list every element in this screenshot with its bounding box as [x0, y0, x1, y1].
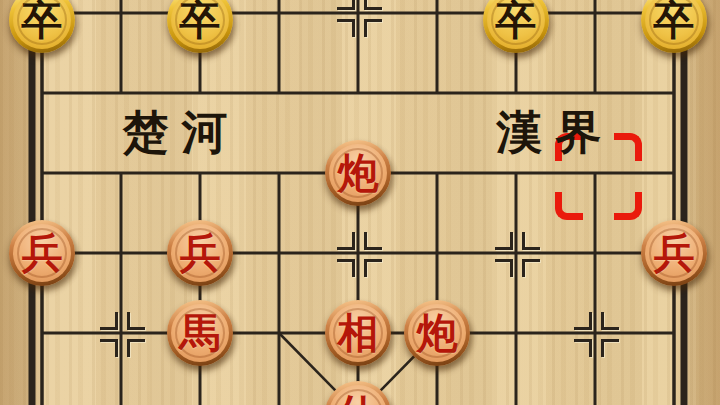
- piece-glyph: 相: [329, 304, 387, 362]
- piece-glyph: 炮: [408, 304, 466, 362]
- piece-glyph: 仕: [329, 385, 387, 405]
- pieces-layer: 卒卒卒卒炮兵兵兵馬相炮仕: [0, 0, 720, 405]
- piece-glyph: 兵: [645, 224, 703, 282]
- piece-red-cannon[interactable]: 炮: [325, 140, 391, 206]
- piece-black-soldier[interactable]: 卒: [9, 0, 75, 53]
- piece-glyph: 卒: [171, 0, 229, 49]
- piece-red-cannon[interactable]: 炮: [404, 300, 470, 366]
- piece-glyph: 卒: [487, 0, 545, 49]
- xiangqi-board: 楚河 漢界 卒卒卒卒炮兵兵兵馬相炮仕: [0, 0, 720, 405]
- piece-glyph: 炮: [329, 144, 387, 202]
- piece-red-advisor[interactable]: 仕: [325, 381, 391, 405]
- piece-red-soldier[interactable]: 兵: [641, 220, 707, 286]
- piece-glyph: 兵: [171, 224, 229, 282]
- piece-red-soldier[interactable]: 兵: [167, 220, 233, 286]
- piece-red-soldier[interactable]: 兵: [9, 220, 75, 286]
- piece-glyph: 馬: [171, 304, 229, 362]
- piece-glyph: 卒: [13, 0, 71, 49]
- piece-red-horse[interactable]: 馬: [167, 300, 233, 366]
- piece-black-soldier[interactable]: 卒: [167, 0, 233, 53]
- piece-red-elephant[interactable]: 相: [325, 300, 391, 366]
- piece-glyph: 兵: [13, 224, 71, 282]
- piece-black-soldier[interactable]: 卒: [483, 0, 549, 53]
- piece-glyph: 卒: [645, 0, 703, 49]
- piece-black-soldier[interactable]: 卒: [641, 0, 707, 53]
